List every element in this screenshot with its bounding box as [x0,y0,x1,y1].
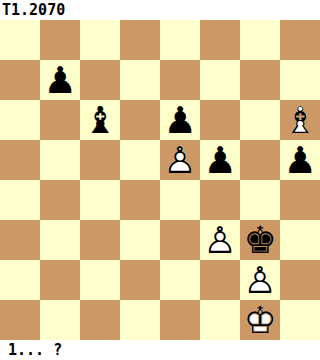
square-f6[interactable] [200,100,240,140]
white-king-icon: ♚♔ [240,300,280,340]
square-c7[interactable] [80,60,120,100]
square-h3[interactable] [280,220,320,260]
square-h1[interactable] [280,300,320,340]
square-e5[interactable]: ♟♙ [160,140,200,180]
square-h5[interactable]: ♟ [280,140,320,180]
square-a5[interactable] [0,140,40,180]
black-pawn-icon: ♟ [40,60,80,100]
square-a1[interactable] [0,300,40,340]
white-pawn-icon: ♟♙ [200,220,240,260]
square-b5[interactable] [40,140,80,180]
square-c1[interactable] [80,300,120,340]
chess-diagram-window: T1.2070 ♟♝♟♝♗♟♙♟♟♟♙♚♟♙♚♔ 1... ? [0,0,320,360]
square-b4[interactable] [40,180,80,220]
square-g5[interactable] [240,140,280,180]
square-c4[interactable] [80,180,120,220]
square-g6[interactable] [240,100,280,140]
square-d7[interactable] [120,60,160,100]
square-c8[interactable] [80,20,120,60]
square-a3[interactable] [0,220,40,260]
square-d3[interactable] [120,220,160,260]
square-h7[interactable] [280,60,320,100]
square-e4[interactable] [160,180,200,220]
square-e3[interactable] [160,220,200,260]
square-a2[interactable] [0,260,40,300]
square-d5[interactable] [120,140,160,180]
square-e8[interactable] [160,20,200,60]
white-pawn-icon: ♟♙ [160,140,200,180]
square-b3[interactable] [40,220,80,260]
square-e6[interactable]: ♟ [160,100,200,140]
square-e2[interactable] [160,260,200,300]
square-g2[interactable]: ♟♙ [240,260,280,300]
square-e1[interactable] [160,300,200,340]
square-b6[interactable] [40,100,80,140]
square-b7[interactable]: ♟ [40,60,80,100]
square-e7[interactable] [160,60,200,100]
square-d8[interactable] [120,20,160,60]
black-bishop-icon: ♝ [80,100,120,140]
square-a8[interactable] [0,20,40,60]
square-g8[interactable] [240,20,280,60]
square-g7[interactable] [240,60,280,100]
square-f2[interactable] [200,260,240,300]
square-f3[interactable]: ♟♙ [200,220,240,260]
square-b2[interactable] [40,260,80,300]
chess-board: ♟♝♟♝♗♟♙♟♟♟♙♚♟♙♚♔ [0,20,320,340]
square-h8[interactable] [280,20,320,60]
square-h6[interactable]: ♝♗ [280,100,320,140]
page-title: T1.2070 [0,0,320,20]
square-a6[interactable] [0,100,40,140]
black-pawn-icon: ♟ [160,100,200,140]
square-f5[interactable]: ♟ [200,140,240,180]
square-a4[interactable] [0,180,40,220]
white-bishop-icon: ♝♗ [280,100,320,140]
square-d2[interactable] [120,260,160,300]
square-f7[interactable] [200,60,240,100]
square-d1[interactable] [120,300,160,340]
square-a7[interactable] [0,60,40,100]
black-king-icon: ♚ [240,220,280,260]
square-c5[interactable] [80,140,120,180]
black-pawn-icon: ♟ [200,140,240,180]
square-c6[interactable]: ♝ [80,100,120,140]
square-c3[interactable] [80,220,120,260]
square-b1[interactable] [40,300,80,340]
square-f8[interactable] [200,20,240,60]
square-g3[interactable]: ♚ [240,220,280,260]
black-pawn-icon: ♟ [280,140,320,180]
square-b8[interactable] [40,20,80,60]
square-f1[interactable] [200,300,240,340]
square-g4[interactable] [240,180,280,220]
square-f4[interactable] [200,180,240,220]
white-pawn-icon: ♟♙ [240,260,280,300]
square-d4[interactable] [120,180,160,220]
move-prompt: 1... ? [0,340,320,360]
square-h4[interactable] [280,180,320,220]
square-h2[interactable] [280,260,320,300]
square-d6[interactable] [120,100,160,140]
square-g1[interactable]: ♚♔ [240,300,280,340]
square-c2[interactable] [80,260,120,300]
